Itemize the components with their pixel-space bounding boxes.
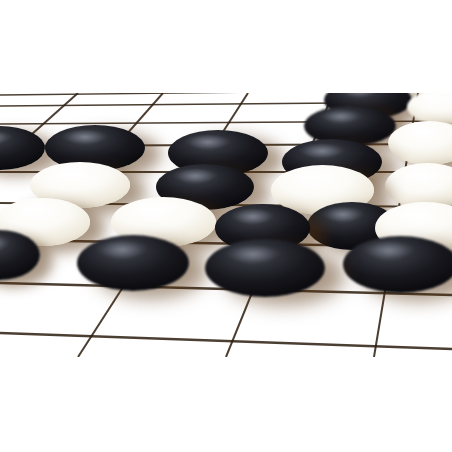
stone-black <box>205 239 325 297</box>
stone-white <box>407 93 452 124</box>
stone-black <box>0 126 45 170</box>
stones-layer <box>0 93 452 357</box>
screenshot-root <box>0 0 452 452</box>
go-board-photo <box>0 93 452 357</box>
stone-white <box>388 121 452 165</box>
stone-black <box>77 235 189 291</box>
stone-black <box>343 236 452 293</box>
white-margin-top <box>0 0 452 93</box>
white-margin-bottom <box>0 357 452 452</box>
